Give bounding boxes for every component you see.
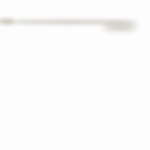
balance-plank xyxy=(0,0,142,26)
stepping-blocks xyxy=(0,0,142,19)
product-photo xyxy=(0,0,150,150)
